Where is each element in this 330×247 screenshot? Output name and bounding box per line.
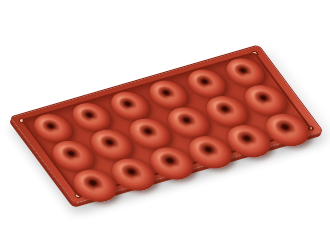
mold-plate xyxy=(23,54,309,196)
mold-tray xyxy=(9,44,324,204)
product-photo xyxy=(0,0,330,247)
